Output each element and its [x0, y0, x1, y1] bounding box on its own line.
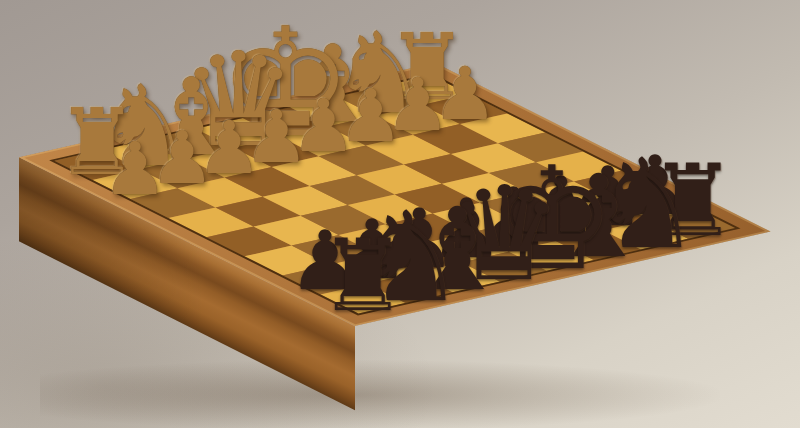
- black-rook-a8[interactable]: ♜: [319, 226, 408, 325]
- chess-set-photo-scene: ♜♞♝♛♚♝♞♜♟♟♟♟♟♟♟♟♟♟♟♟♟♟♟♟♜♞♝♛♚♝♞♜: [0, 0, 800, 428]
- white-pawn-a2[interactable]: ♟: [102, 132, 167, 205]
